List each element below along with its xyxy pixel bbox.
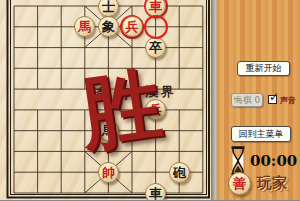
- sidebar: 重新开始 悔棋 0 ✓ 声音 回到主菜单 00:00 善 玩家: [217, 0, 300, 200]
- black-piece[interactable]: 士: [98, 0, 119, 17]
- checkmark-icon: ✓: [269, 90, 279, 104]
- river-label-right: 漢界: [145, 83, 177, 101]
- red-piece[interactable]: 帥: [98, 162, 119, 183]
- black-piece[interactable]: 砲: [169, 162, 190, 183]
- xiangqi-board[interactable]: 楚河 漢界 士車馬象兵卒兵馬帥砲車 胜: [0, 0, 212, 200]
- restart-button[interactable]: 重新开始: [237, 61, 290, 76]
- player-label: 玩家: [257, 174, 287, 193]
- main-menu-button[interactable]: 回到主菜单: [231, 126, 291, 142]
- sound-checkbox[interactable]: ✓: [268, 95, 277, 104]
- xiangqi-game-screen: 楚河 漢界 士車馬象兵卒兵馬帥砲車 胜 重新开始 悔棋 0 ✓ 声音 回到主菜单…: [0, 0, 300, 200]
- black-piece[interactable]: 車: [145, 183, 166, 201]
- river-label-left: 楚河: [96, 85, 136, 103]
- red-piece[interactable]: 兵: [122, 16, 143, 37]
- undo-button[interactable]: 悔棋 0: [231, 93, 263, 107]
- sound-label: 声音: [280, 95, 296, 106]
- timer-display: 00:00: [250, 152, 297, 170]
- black-piece[interactable]: 馬: [98, 120, 119, 141]
- player-side-piece-icon: 善: [228, 172, 251, 195]
